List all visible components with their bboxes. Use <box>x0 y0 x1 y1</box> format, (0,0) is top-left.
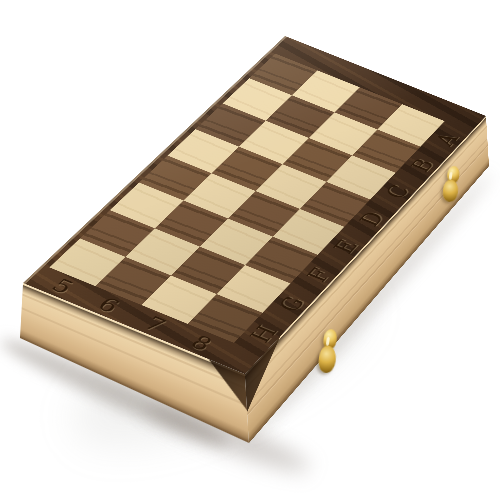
clasp-hook <box>317 345 338 374</box>
clasp-hook <box>442 179 460 203</box>
chessboard-squares <box>49 54 444 343</box>
product-photo-stage: Closed folding wooden chess box with inl… <box>0 0 500 500</box>
